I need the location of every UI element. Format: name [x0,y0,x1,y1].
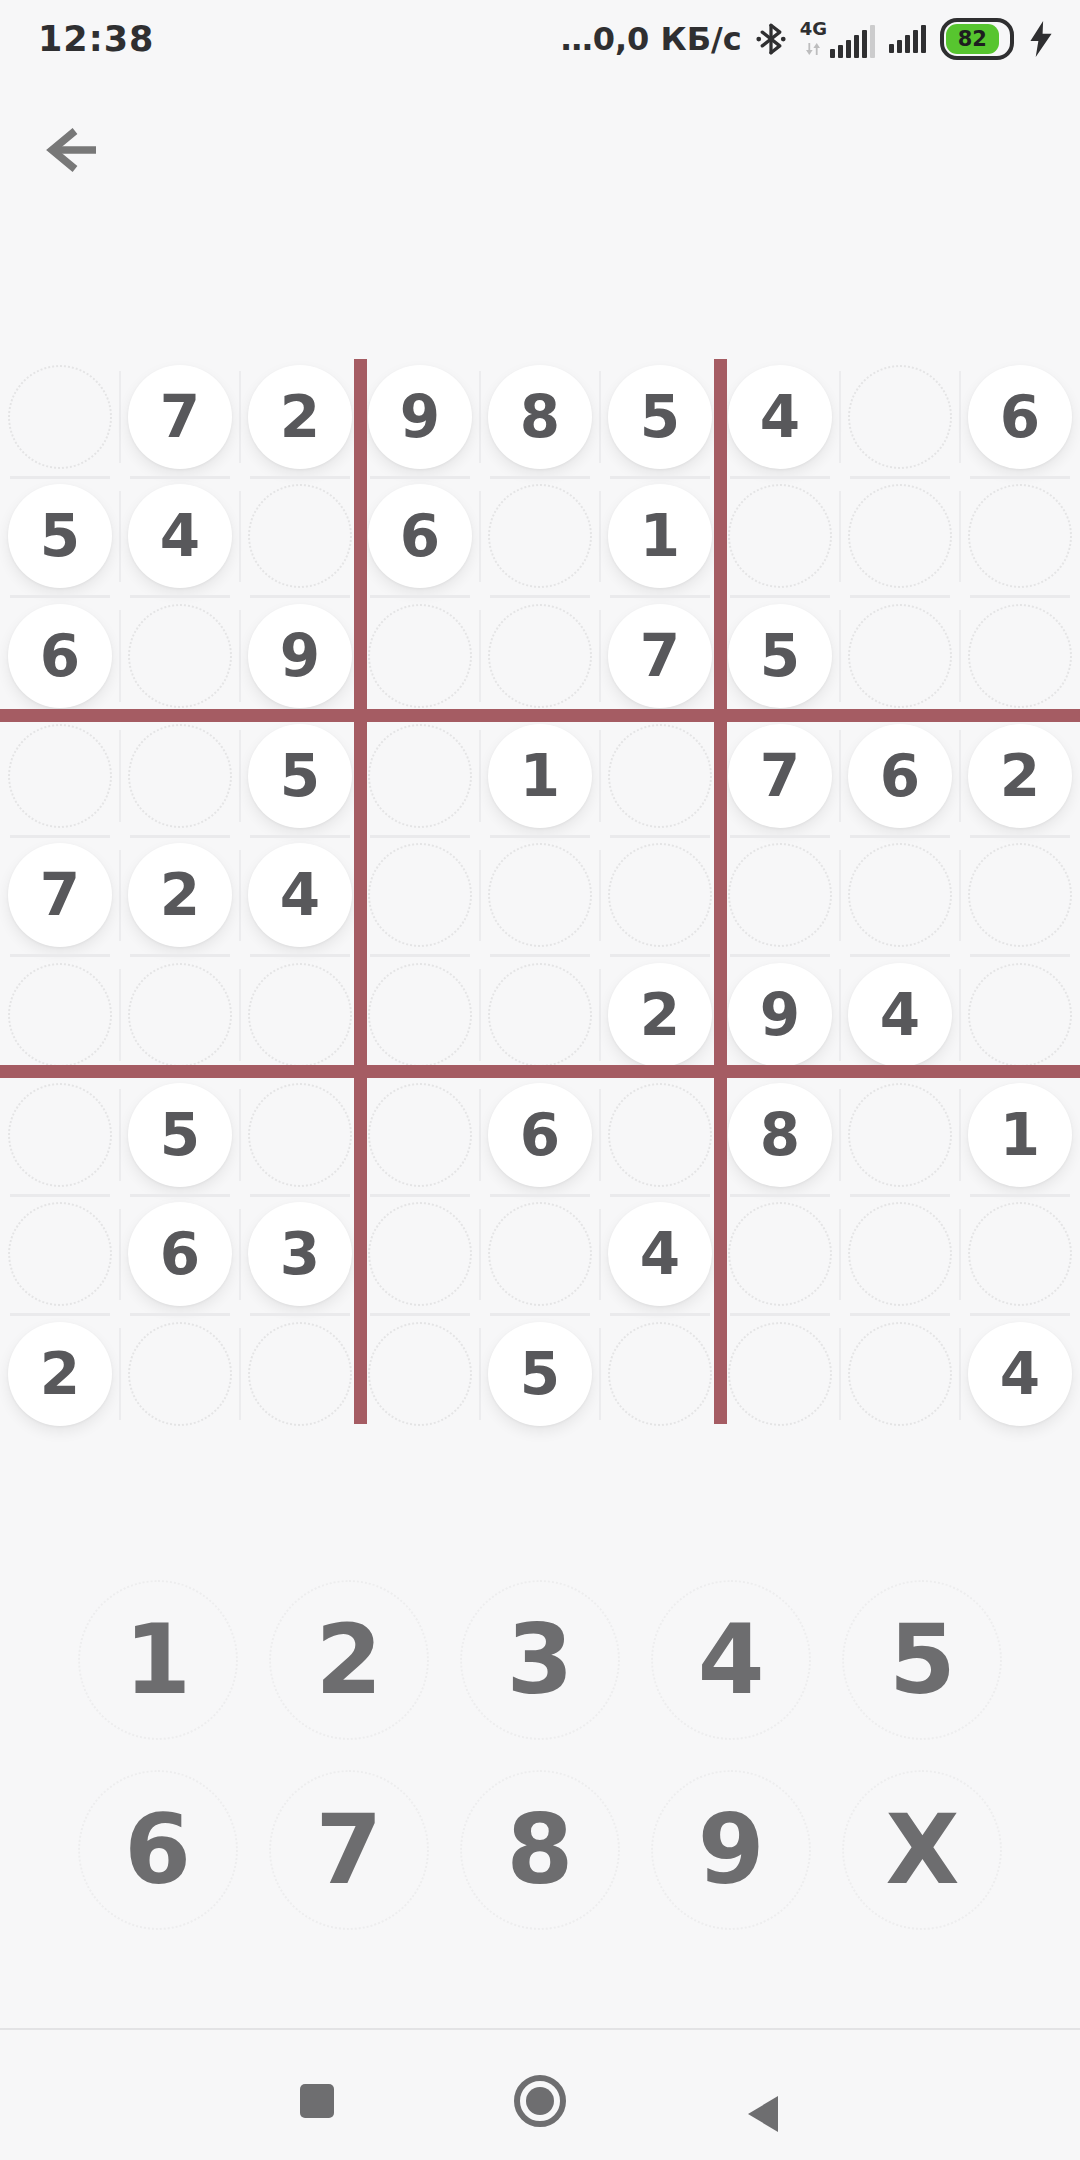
given-digit-circle: 6 [368,484,472,588]
cell-r3c8[interactable] [840,596,960,716]
cell-r8c4[interactable] [360,1195,480,1315]
cell-r9c1[interactable]: 2 [0,1314,120,1434]
cell-r8c8[interactable] [840,1195,960,1315]
given-digit-circle: 2 [968,724,1072,828]
given-digit-circle: 7 [8,843,112,947]
cell-r8c1[interactable] [0,1195,120,1315]
back-button[interactable] [38,118,102,182]
battery-fill: 82 [946,24,999,54]
cell-r5c7[interactable] [720,836,840,956]
given-digit-circle: 1 [608,484,712,588]
cell-r5c6[interactable] [600,836,720,956]
cell-r7c6[interactable] [600,1075,720,1195]
cell-r4c1[interactable] [0,716,120,836]
back-triangle-icon[interactable] [748,2096,778,2132]
empty-cell-circle [968,1202,1072,1306]
cell-r2c4[interactable]: 6 [360,477,480,597]
empty-cell-circle [8,963,112,1067]
empty-cell-circle [848,1322,952,1426]
empty-cell-circle [728,1202,832,1306]
empty-cell-circle [8,1202,112,1306]
empty-cell-circle [368,1083,472,1187]
empty-cell-circle [608,1322,712,1426]
given-digit-circle: 9 [728,963,832,1067]
given-digit-circle: 4 [848,963,952,1067]
cell-r4c2[interactable] [120,716,240,836]
cell-r5c9[interactable] [960,836,1080,956]
empty-cell-circle [248,1083,352,1187]
cell-r4c4[interactable] [360,716,480,836]
data-activity-icon [804,40,822,58]
cell-r9c2[interactable] [120,1314,240,1434]
empty-cell-circle [848,843,952,947]
bluetooth-icon [756,21,786,57]
empty-cell-circle [8,1083,112,1187]
cell-r7c9[interactable]: 1 [960,1075,1080,1195]
cell-r6c8[interactable]: 4 [840,955,960,1075]
signal-bars-sim1 [830,25,875,58]
recents-square-icon[interactable] [300,2084,334,2118]
given-digit-circle: 4 [968,1322,1072,1426]
empty-cell-circle [368,843,472,947]
given-digit-circle: 4 [248,843,352,947]
signal-sim1-meta: 4G [800,20,827,58]
empty-cell-circle [128,604,232,708]
empty-cell-circle [488,1202,592,1306]
cell-r4c3[interactable]: 5 [240,716,360,836]
empty-cell-circle [608,843,712,947]
cell-r6c1[interactable] [0,955,120,1075]
cell-r7c8[interactable] [840,1075,960,1195]
empty-cell-circle [848,1202,952,1306]
cell-r3c7[interactable]: 5 [720,596,840,716]
clock: 12:38 [38,19,154,59]
empty-cell-circle [728,484,832,588]
numpad-8-button[interactable]: 8 [460,1770,620,1930]
home-circle-icon[interactable] [514,2075,566,2127]
cell-r5c4[interactable] [360,836,480,956]
sudoku-app-screen: 12:38 …0,0 КБ/с 4G [0,0,1080,2160]
empty-cell-circle [248,963,352,1067]
cell-r9c9[interactable]: 4 [960,1314,1080,1434]
cell-r6c9[interactable] [960,955,1080,1075]
empty-cell-circle [608,724,712,828]
box-divider-vertical-2 [714,359,727,1424]
given-digit-circle: 4 [608,1202,712,1306]
cell-r4c8[interactable]: 6 [840,716,960,836]
empty-cell-circle [968,843,1072,947]
cell-r3c3[interactable]: 9 [240,596,360,716]
cell-r5c5[interactable] [480,836,600,956]
cell-r9c6[interactable] [600,1314,720,1434]
cell-r4c9[interactable]: 2 [960,716,1080,836]
empty-cell-circle [968,963,1072,1067]
cell-r1c9[interactable]: 6 [960,357,1080,477]
given-digit-circle: 5 [128,1083,232,1187]
given-digit-circle: 8 [488,365,592,469]
numpad-3-button[interactable]: 3 [460,1580,620,1740]
network-type-label: 4G [800,20,827,38]
cell-r8c7[interactable] [720,1195,840,1315]
empty-cell-circle [128,963,232,1067]
cell-r1c4[interactable]: 9 [360,357,480,477]
given-digit-circle: 9 [368,365,472,469]
numpad-delete-button[interactable]: X [842,1770,1002,1930]
android-nav-bar [0,2030,1080,2160]
empty-cell-circle [248,1322,352,1426]
empty-cell-circle [368,724,472,828]
given-digit-circle: 5 [608,365,712,469]
given-digit-circle: 7 [728,724,832,828]
battery-icon: 82 [940,18,1014,60]
empty-cell-circle [488,604,592,708]
given-digit-circle: 6 [8,604,112,708]
empty-cell-circle [248,484,352,588]
empty-cell-circle [848,1083,952,1187]
cell-r9c3[interactable] [240,1314,360,1434]
signal-bars-sim2 [889,25,926,53]
cell-r2c3[interactable] [240,477,360,597]
empty-cell-circle [848,604,952,708]
cell-r2c9[interactable] [960,477,1080,597]
cell-r5c1[interactable]: 7 [0,836,120,956]
given-digit-circle: 9 [248,604,352,708]
cell-r8c3[interactable]: 3 [240,1195,360,1315]
given-digit-circle: 2 [128,843,232,947]
cell-r2c5[interactable] [480,477,600,597]
given-digit-circle: 7 [608,604,712,708]
empty-cell-circle [128,1322,232,1426]
empty-cell-circle [608,1083,712,1187]
given-digit-circle: 2 [8,1322,112,1426]
cell-r3c4[interactable] [360,596,480,716]
given-digit-circle: 5 [248,724,352,828]
numpad-6-button[interactable]: 6 [78,1770,238,1930]
cell-r9c5[interactable]: 5 [480,1314,600,1434]
cell-r2c1[interactable]: 5 [0,477,120,597]
cell-r1c7[interactable]: 4 [720,357,840,477]
box-divider-horizontal-2 [0,1065,1080,1078]
battery-percent: 82 [958,29,987,50]
empty-cell-circle [368,604,472,708]
cell-r2c8[interactable] [840,477,960,597]
given-digit-circle: 8 [728,1083,832,1187]
given-digit-circle: 4 [728,365,832,469]
cell-r8c9[interactable] [960,1195,1080,1315]
cell-r7c5[interactable]: 6 [480,1075,600,1195]
status-icons: …0,0 КБ/с 4G [561,18,1054,60]
given-digit-circle: 4 [128,484,232,588]
cell-r9c4[interactable] [360,1314,480,1434]
cell-r7c4[interactable] [360,1075,480,1195]
cell-r3c2[interactable] [120,596,240,716]
cell-r6c4[interactable] [360,955,480,1075]
cell-r5c2[interactable]: 2 [120,836,240,956]
empty-cell-circle [8,365,112,469]
status-bar: 12:38 …0,0 КБ/с 4G [0,0,1080,78]
empty-cell-circle [848,484,952,588]
empty-cell-circle [368,963,472,1067]
empty-cell-circle [728,843,832,947]
empty-cell-circle [368,1322,472,1426]
given-digit-circle: 6 [488,1083,592,1187]
charging-bolt-icon [1028,21,1054,57]
given-digit-circle: 5 [8,484,112,588]
cell-r8c6[interactable]: 4 [600,1195,720,1315]
given-digit-circle: 1 [488,724,592,828]
cell-r5c3[interactable]: 4 [240,836,360,956]
cell-r1c1[interactable] [0,357,120,477]
cell-r1c5[interactable]: 8 [480,357,600,477]
cell-r5c8[interactable] [840,836,960,956]
cell-r6c5[interactable] [480,955,600,1075]
cell-r1c2[interactable]: 7 [120,357,240,477]
number-pad: 123456789X [62,1565,1018,1945]
empty-cell-circle [488,484,592,588]
given-digit-circle: 6 [848,724,952,828]
box-divider-horizontal-1 [0,709,1080,722]
numpad-1-button[interactable]: 1 [78,1580,238,1740]
cell-r6c6[interactable]: 2 [600,955,720,1075]
empty-cell-circle [968,604,1072,708]
given-digit-circle: 2 [248,365,352,469]
sudoku-board: 729854654616975517627242945681634254 [0,357,1080,1434]
cell-r6c2[interactable] [120,955,240,1075]
network-speed: …0,0 КБ/с [561,20,742,58]
cell-r6c7[interactable]: 9 [720,955,840,1075]
cell-r9c8[interactable] [840,1314,960,1434]
numpad-9-button[interactable]: 9 [651,1770,811,1930]
cell-r4c7[interactable]: 7 [720,716,840,836]
given-digit-circle: 1 [968,1083,1072,1187]
empty-cell-circle [488,963,592,1067]
cell-r3c1[interactable]: 6 [0,596,120,716]
empty-cell-circle [848,365,952,469]
given-digit-circle: 5 [488,1322,592,1426]
cell-r8c5[interactable] [480,1195,600,1315]
signal-sim1: 4G [800,20,875,58]
box-divider-vertical-1 [354,359,367,1424]
cell-r9c7[interactable] [720,1314,840,1434]
given-digit-circle: 6 [128,1202,232,1306]
cell-r8c2[interactable]: 6 [120,1195,240,1315]
given-digit-circle: 7 [128,365,232,469]
cell-r7c3[interactable] [240,1075,360,1195]
empty-cell-circle [128,724,232,828]
cell-r1c8[interactable] [840,357,960,477]
empty-cell-circle [968,484,1072,588]
cell-r3c5[interactable] [480,596,600,716]
cell-r2c2[interactable]: 4 [120,477,240,597]
given-digit-circle: 6 [968,365,1072,469]
cell-r7c7[interactable]: 8 [720,1075,840,1195]
cell-r1c3[interactable]: 2 [240,357,360,477]
numpad-4-button[interactable]: 4 [651,1580,811,1740]
cell-r4c5[interactable]: 1 [480,716,600,836]
given-digit-circle: 3 [248,1202,352,1306]
empty-cell-circle [368,1202,472,1306]
numpad-5-button[interactable]: 5 [842,1580,1002,1740]
empty-cell-circle [728,1322,832,1426]
numpad-2-button[interactable]: 2 [269,1580,429,1740]
cell-r7c1[interactable] [0,1075,120,1195]
cell-r1c6[interactable]: 5 [600,357,720,477]
empty-cell-circle [488,843,592,947]
cell-r6c3[interactable] [240,955,360,1075]
given-digit-circle: 2 [608,963,712,1067]
signal-sim2 [889,25,926,53]
cell-r4c6[interactable] [600,716,720,836]
cell-r3c6[interactable]: 7 [600,596,720,716]
cell-r2c7[interactable] [720,477,840,597]
cell-r7c2[interactable]: 5 [120,1075,240,1195]
empty-cell-circle [8,724,112,828]
given-digit-circle: 5 [728,604,832,708]
cell-r3c9[interactable] [960,596,1080,716]
numpad-7-button[interactable]: 7 [269,1770,429,1930]
cell-r2c6[interactable]: 1 [600,477,720,597]
